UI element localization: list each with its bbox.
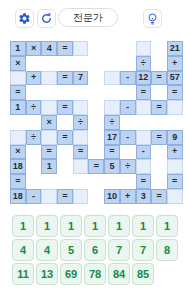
number-tile-8-r2-7[interactable]: 8 bbox=[156, 239, 178, 261]
given-cell-r4-c0: 1 bbox=[10, 100, 26, 115]
number-tile-1-r1-7[interactable]: 1 bbox=[156, 215, 178, 237]
operator-cell-r6-c7: - bbox=[120, 130, 136, 145]
given-cell-r6-c6: 17 bbox=[104, 130, 120, 145]
restart-icon bbox=[40, 12, 53, 25]
operator-cell-r9-c10: = bbox=[167, 174, 183, 189]
empty-cell-r6-c2[interactable] bbox=[41, 130, 57, 145]
number-tile-11-r3-1[interactable]: 11 bbox=[12, 263, 34, 285]
difficulty-badge[interactable]: 전문가 bbox=[58, 8, 118, 27]
number-tile-1-r1-6[interactable]: 1 bbox=[132, 215, 154, 237]
operator-cell-r1-c8: ÷ bbox=[136, 56, 152, 71]
empty-cell-r2-c2[interactable] bbox=[41, 71, 57, 86]
empty-cell-r10-c10[interactable] bbox=[167, 189, 183, 204]
number-tray: 11111114456778111369788485 bbox=[12, 215, 182, 287]
operator-cell-r9-c8: = bbox=[136, 174, 152, 189]
operator-cell-r5-c4: ÷ bbox=[73, 115, 89, 130]
operator-cell-r2-c3: = bbox=[57, 71, 73, 86]
number-tile-13-r3-2[interactable]: 13 bbox=[36, 263, 58, 285]
given-cell-r6-c10: 9 bbox=[167, 130, 183, 145]
number-tile-4-r2-1[interactable]: 4 bbox=[12, 239, 34, 261]
given-cell-r0-c10: 21 bbox=[167, 41, 183, 56]
given-cell-r2-c8: 12 bbox=[136, 71, 152, 86]
gear-icon bbox=[18, 12, 31, 25]
operator-cell-r1-c0: × bbox=[10, 56, 26, 71]
operator-cell-r7-c4: = bbox=[73, 145, 89, 160]
given-cell-r2-c10: 57 bbox=[167, 71, 183, 86]
empty-cell-r8-c10[interactable] bbox=[167, 159, 183, 174]
number-tile-1-r1-1[interactable]: 1 bbox=[12, 215, 34, 237]
empty-cell-r6-c8[interactable] bbox=[136, 130, 152, 145]
tray-row-3: 111369788485 bbox=[12, 263, 182, 285]
settings-button[interactable] bbox=[15, 9, 34, 28]
empty-cell-r4-c10[interactable] bbox=[167, 100, 183, 115]
number-tile-7-r2-5[interactable]: 7 bbox=[108, 239, 130, 261]
number-tile-1-r1-2[interactable]: 1 bbox=[36, 215, 58, 237]
number-tile-69-r3-3[interactable]: 69 bbox=[60, 263, 82, 285]
empty-cell-r10-c4[interactable] bbox=[73, 189, 89, 204]
operator-cell-r7-c2: = bbox=[41, 145, 57, 160]
given-cell-r0-c0: 1 bbox=[10, 41, 26, 56]
operator-cell-r0-c1: × bbox=[26, 41, 42, 56]
empty-cell-r6-c0[interactable] bbox=[10, 130, 26, 145]
operator-cell-r3-c0: = bbox=[10, 85, 26, 100]
operator-cell-r10-c1: - bbox=[26, 189, 42, 204]
given-cell-r8-c6: 5 bbox=[104, 159, 120, 174]
operator-cell-r6-c9: = bbox=[151, 130, 167, 145]
number-tile-5-r2-3[interactable]: 5 bbox=[60, 239, 82, 261]
operator-cell-r6-c1: ÷ bbox=[26, 130, 42, 145]
empty-cell-r8-c8[interactable] bbox=[136, 159, 152, 174]
operator-cell-r5-c6: ÷ bbox=[104, 115, 120, 130]
operator-cell-r2-c9: = bbox=[151, 71, 167, 86]
operator-cell-r7-c0: × bbox=[10, 145, 26, 160]
operator-cell-r4-c9: = bbox=[151, 100, 167, 115]
operator-cell-r8-c7: ÷ bbox=[120, 159, 136, 174]
number-tile-1-r1-3[interactable]: 1 bbox=[60, 215, 82, 237]
operator-cell-r3-c8: = bbox=[136, 85, 152, 100]
empty-cell-r10-c2[interactable] bbox=[41, 189, 57, 204]
empty-cell-r2-c6[interactable] bbox=[104, 71, 120, 86]
tray-row-2: 4456778 bbox=[12, 239, 182, 261]
given-cell-r8-c0: 18 bbox=[10, 159, 26, 174]
operator-cell-r9-c0: = bbox=[10, 174, 26, 189]
operator-cell-r6-c3: = bbox=[57, 130, 73, 145]
empty-cell-r0-c4[interactable] bbox=[73, 41, 89, 56]
number-tile-85-r3-6[interactable]: 85 bbox=[132, 263, 154, 285]
lightbulb-icon bbox=[146, 12, 159, 25]
empty-cell-r2-c0[interactable] bbox=[10, 71, 26, 86]
operator-cell-r10-c3: = bbox=[57, 189, 73, 204]
difficulty-label: 전문가 bbox=[73, 11, 103, 25]
given-cell-r10-c8: 3 bbox=[136, 189, 152, 204]
operator-cell-r8-c5: = bbox=[88, 159, 104, 174]
number-tile-4-r2-2[interactable]: 4 bbox=[36, 239, 58, 261]
operator-cell-r10-c7: + bbox=[120, 189, 136, 204]
empty-cell-r8-c4[interactable] bbox=[73, 159, 89, 174]
puzzle-board: 1×4=21×÷++=7-12=57===1÷=-=×÷÷÷=17-=9×===… bbox=[10, 41, 183, 204]
number-tile-1-r1-4[interactable]: 1 bbox=[84, 215, 106, 237]
empty-cell-r0-c8[interactable] bbox=[136, 41, 152, 56]
operator-cell-r0-c3: = bbox=[57, 41, 73, 56]
operator-cell-r7-c8: - bbox=[136, 145, 152, 160]
restart-button[interactable] bbox=[37, 9, 56, 28]
operator-cell-r3-c10: = bbox=[167, 85, 183, 100]
given-cell-r2-c4: 7 bbox=[73, 71, 89, 86]
toolbar: 전문가 bbox=[0, 0, 185, 36]
given-cell-r0-c2: 4 bbox=[41, 41, 57, 56]
operator-cell-r10-c9: = bbox=[151, 189, 167, 204]
operator-cell-r4-c7: - bbox=[120, 100, 136, 115]
empty-cell-r4-c2[interactable] bbox=[41, 100, 57, 115]
hint-button[interactable] bbox=[143, 9, 162, 28]
empty-cell-r4-c8[interactable] bbox=[136, 100, 152, 115]
operator-cell-r1-c10: + bbox=[167, 56, 183, 71]
given-cell-r8-c2: 1 bbox=[41, 159, 57, 174]
number-tile-6-r2-4[interactable]: 6 bbox=[84, 239, 106, 261]
operator-cell-r7-c10: + bbox=[167, 145, 183, 160]
operator-cell-r2-c1: + bbox=[26, 71, 42, 86]
empty-cell-r4-c6[interactable] bbox=[104, 100, 120, 115]
given-cell-r10-c6: 10 bbox=[104, 189, 120, 204]
operator-cell-r4-c1: ÷ bbox=[26, 100, 42, 115]
operator-cell-r4-c3: = bbox=[57, 100, 73, 115]
number-tile-7-r2-6[interactable]: 7 bbox=[132, 239, 154, 261]
operator-cell-r5-c2: × bbox=[41, 115, 57, 130]
operator-cell-r7-c6: = bbox=[104, 145, 120, 160]
operator-cell-r2-c7: - bbox=[120, 71, 136, 86]
empty-cell-r6-c4[interactable] bbox=[73, 130, 89, 145]
number-tile-78-r3-4[interactable]: 78 bbox=[84, 263, 106, 285]
number-tile-1-r1-5[interactable]: 1 bbox=[108, 215, 130, 237]
number-tile-84-r3-5[interactable]: 84 bbox=[108, 263, 130, 285]
given-cell-r10-c0: 18 bbox=[10, 189, 26, 204]
empty-cell-r4-c4[interactable] bbox=[73, 100, 89, 115]
tray-row-1: 1111111 bbox=[12, 215, 182, 237]
